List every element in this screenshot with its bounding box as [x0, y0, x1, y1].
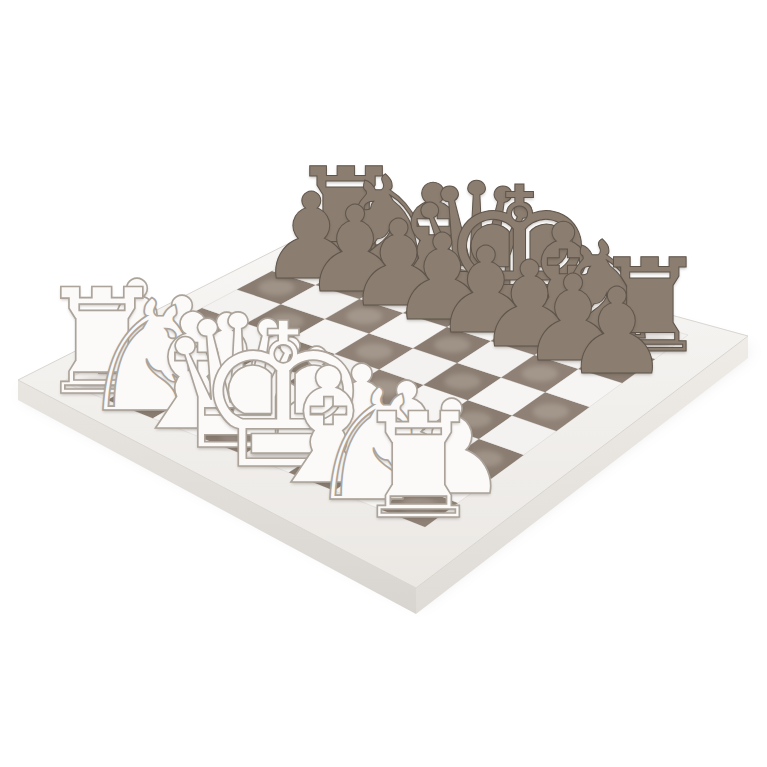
chess-board [0, 0, 767, 767]
marble-chess-set-photo: ♜♞♟♝♟♛♟♚♟♝♟♞♟♜♟♟♟♟♜♟♞♟♝♟♛♟♚♟♝♟♞♜ [0, 0, 767, 767]
board-squares [62, 234, 688, 527]
